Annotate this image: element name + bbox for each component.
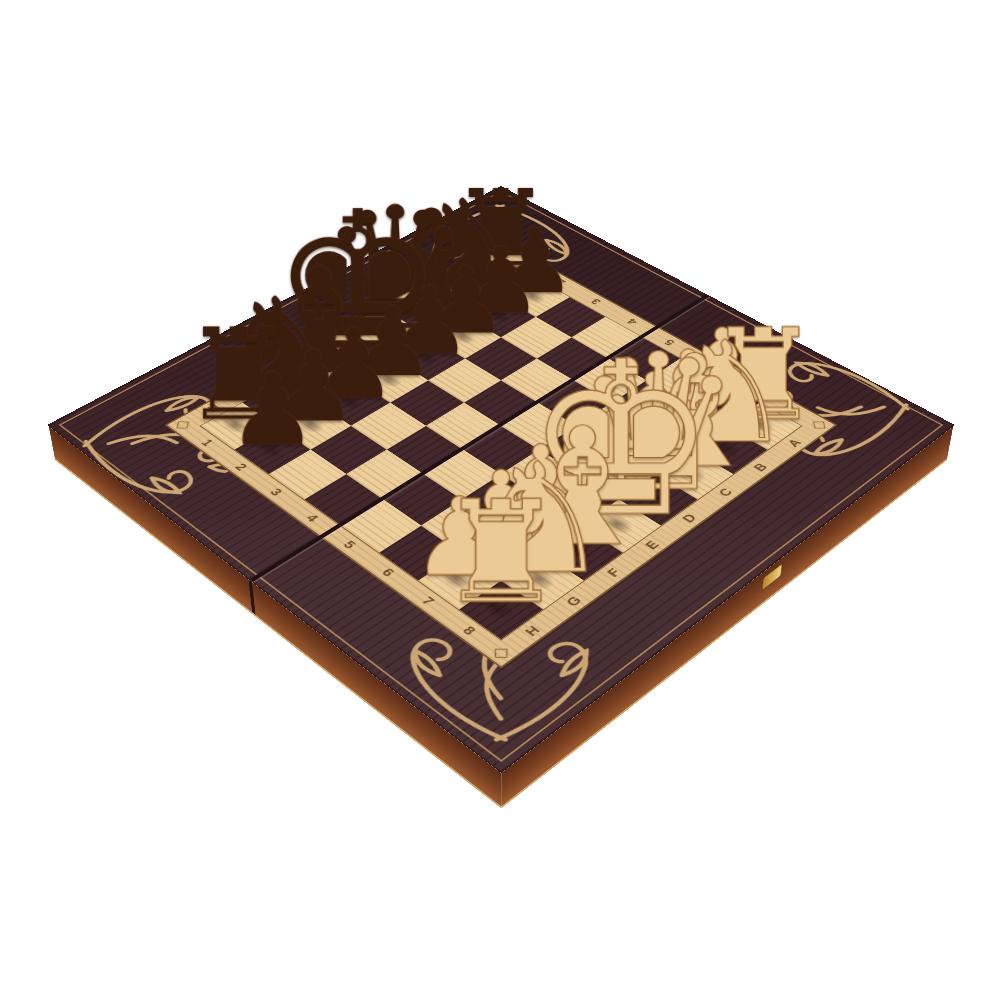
piece-light-r-h8[interactable]: ♜ [438, 481, 565, 622]
box-side-seam [248, 580, 255, 615]
piece-dark-p-h2[interactable]: ♟ [228, 359, 317, 459]
product-photo-stage: 11AA22BB33CC44DD55EE66FF77GG88HH ♜♞♝♛♚♝♞… [0, 0, 1000, 1000]
chess-box: 11AA22BB33CC44DD55EE66FF77GG88HH ♜♞♝♛♚♝♞… [47, 186, 955, 773]
